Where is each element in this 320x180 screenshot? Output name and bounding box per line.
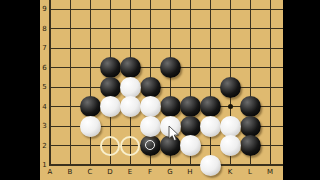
stone-black-F2: [140, 135, 161, 156]
grid-vline-B: [70, 0, 71, 166]
stone-black-H4: [180, 96, 201, 117]
stone-white-D4: [100, 96, 121, 117]
stone-black-K5: [220, 77, 241, 98]
empty-circle-marker-D2: [100, 136, 120, 156]
stone-black-F5: [140, 77, 161, 98]
stone-black-L3: [240, 116, 261, 137]
col-label-L: L: [240, 168, 260, 177]
row-label-5: 5: [40, 83, 49, 91]
empty-circle-marker-E2: [120, 136, 140, 156]
stone-black-D6: [100, 57, 121, 78]
mouse-cursor: [168, 126, 180, 146]
grid-hline-5: [50, 87, 283, 88]
stone-black-E6: [120, 57, 141, 78]
grid-vline-C: [90, 0, 91, 166]
col-label-G: G: [160, 168, 180, 177]
stone-black-H3: [180, 116, 201, 137]
grid-vline-J: [210, 0, 211, 166]
stone-white-F3: [140, 116, 161, 137]
row-label-6: 6: [40, 64, 49, 72]
grid-vline-M: [270, 0, 271, 166]
col-label-C: C: [80, 168, 100, 177]
row-label-8: 8: [40, 25, 49, 33]
grid-hline-1: [50, 164, 283, 166]
last-move-marker-F2: [145, 140, 155, 150]
star-point-K4: [228, 104, 233, 109]
stone-white-E5: [120, 77, 141, 98]
col-label-H: H: [180, 168, 200, 177]
stone-black-G6: [160, 57, 181, 78]
grid-hline-8: [50, 28, 283, 29]
stone-white-E4: [120, 96, 141, 117]
row-label-9: 9: [40, 5, 49, 13]
stone-white-H2: [180, 135, 201, 156]
grid-vline-A: [49, 0, 51, 166]
col-label-M: M: [260, 168, 280, 177]
stone-black-L4: [240, 96, 261, 117]
col-label-K: K: [220, 168, 240, 177]
stone-white-J1: [200, 155, 221, 176]
col-label-F: F: [140, 168, 160, 177]
stone-white-K3: [220, 116, 241, 137]
col-label-A: A: [40, 168, 60, 177]
stone-black-C4: [80, 96, 101, 117]
stone-white-K2: [220, 135, 241, 156]
stone-white-C3: [80, 116, 101, 137]
stone-white-F4: [140, 96, 161, 117]
col-label-E: E: [120, 168, 140, 177]
col-label-D: D: [100, 168, 120, 177]
row-label-3: 3: [40, 122, 49, 130]
grid-hline-7: [50, 48, 283, 49]
col-label-B: B: [60, 168, 80, 177]
row-label-2: 2: [40, 142, 49, 150]
row-label-4: 4: [40, 103, 49, 111]
stone-black-G4: [160, 96, 181, 117]
row-label-7: 7: [40, 44, 49, 52]
go-board[interactable]: 987654321ABCDEFGHJKLM: [40, 0, 283, 180]
stone-white-J3: [200, 116, 221, 137]
stone-black-J4: [200, 96, 221, 117]
stone-black-L2: [240, 135, 261, 156]
stone-black-D5: [100, 77, 121, 98]
video-frame: 987654321ABCDEFGHJKLM: [0, 0, 320, 180]
grid-hline-9: [50, 9, 283, 10]
